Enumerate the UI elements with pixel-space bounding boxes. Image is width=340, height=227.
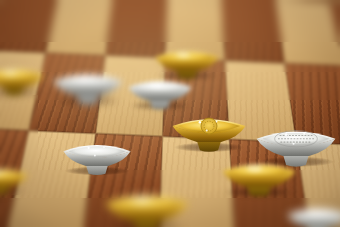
piece-silver-g1[interactable]: [286, 196, 340, 227]
piece-gold-e3[interactable]: [171, 104, 247, 153]
piece-silver-c5[interactable]: [52, 60, 124, 106]
piece-gold-a5[interactable]: [0, 57, 45, 97]
piece-gold-b2[interactable]: [0, 158, 29, 195]
pieces-layer: [0, 0, 340, 227]
piece-silver-d2[interactable]: [62, 131, 132, 176]
piece-gold-f2[interactable]: [221, 149, 297, 198]
photo-stage: [0, 0, 340, 227]
piece-gold-d1[interactable]: [104, 178, 190, 227]
